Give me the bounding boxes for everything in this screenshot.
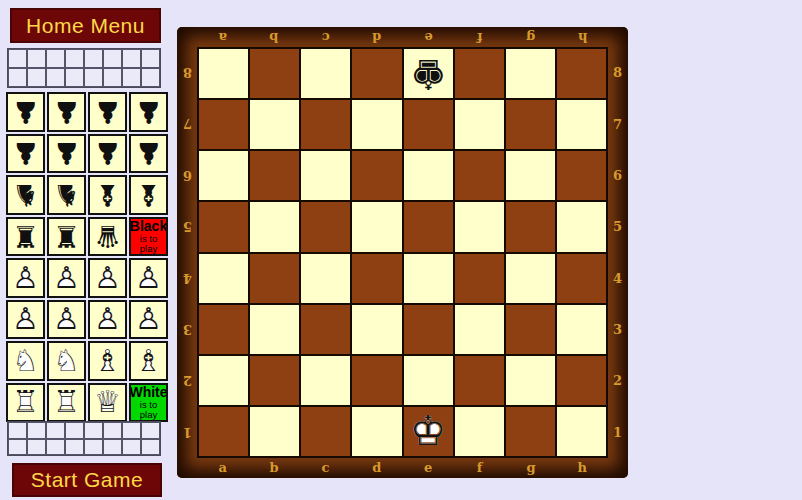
coord-label: e	[403, 458, 454, 477]
file-labels-top: abcdefgh	[197, 28, 608, 47]
piece-outline: ♙	[53, 304, 80, 334]
square-c7[interactable]	[301, 100, 350, 149]
piece-black-pawn: ♟	[94, 97, 121, 127]
square-f3[interactable]	[455, 305, 504, 354]
piece-white-pawn: ♟♙	[94, 263, 121, 293]
palette-white-rook[interactable]: ♜♖	[6, 383, 45, 423]
tray-cell[interactable]	[27, 439, 46, 456]
palette-white-pawn[interactable]: ♟♙	[88, 300, 127, 340]
square-a3[interactable]	[199, 305, 248, 354]
tray-cell[interactable]	[65, 422, 84, 439]
coord-label: 1	[608, 407, 627, 458]
piece-black-pawn: ♟	[135, 138, 162, 168]
square-d8[interactable]	[352, 49, 401, 98]
square-h1[interactable]	[557, 407, 606, 456]
coord-label: c	[300, 28, 351, 47]
palette-black-pawn[interactable]: ♟	[129, 134, 168, 174]
piece-white-knight: ♞♘	[53, 346, 80, 376]
square-h5[interactable]	[557, 202, 606, 251]
piece-white-knight: ♞♘	[12, 346, 39, 376]
coord-label: 3	[608, 304, 627, 355]
square-b6[interactable]	[250, 151, 299, 200]
tray-cell[interactable]	[27, 68, 46, 87]
palette-black-bishop[interactable]: ♝	[88, 175, 127, 215]
tray-cell[interactable]	[141, 68, 160, 87]
palette-white-pawn[interactable]: ♟♙	[6, 258, 45, 298]
piece-black-pawn: ♟	[53, 97, 80, 127]
piece-black-pawn: ♟	[94, 138, 121, 168]
start-game-button[interactable]: Start Game	[12, 463, 162, 497]
square-e8[interactable]: ♚	[404, 49, 453, 98]
piece-outline: ♙	[12, 263, 39, 293]
tray-cell[interactable]	[46, 422, 65, 439]
tray-cell[interactable]	[27, 49, 46, 68]
square-f4[interactable]	[455, 254, 504, 303]
tray-cell[interactable]	[141, 422, 160, 439]
piece-black-pawn: ♟	[12, 97, 39, 127]
square-c3[interactable]	[301, 305, 350, 354]
square-e6[interactable]	[404, 151, 453, 200]
square-g2[interactable]	[506, 356, 555, 405]
coord-label: 2	[608, 355, 627, 406]
square-a2[interactable]	[199, 356, 248, 405]
black-to-play-indicator[interactable]: Blackis to play	[129, 217, 168, 257]
piece-black-bishop: ♝	[94, 180, 121, 210]
square-d1[interactable]	[352, 407, 401, 456]
square-e2[interactable]	[404, 356, 453, 405]
tray-cell[interactable]	[27, 422, 46, 439]
piece-white-bishop: ♝♗	[94, 346, 121, 376]
square-d2[interactable]	[352, 356, 401, 405]
palette-black-knight[interactable]: ♞	[47, 175, 86, 215]
to-play-subtext: is to play	[131, 234, 166, 254]
piece-black-king: ♚	[410, 53, 447, 94]
file-labels-bottom: abcdefgh	[197, 458, 608, 477]
tray-cell[interactable]	[8, 68, 27, 87]
tray-cell[interactable]	[65, 49, 84, 68]
piece-white-pawn: ♟♙	[12, 263, 39, 293]
piece-white-bishop: ♝♗	[135, 346, 162, 376]
coord-label: g	[505, 28, 556, 47]
square-h7[interactable]	[557, 100, 606, 149]
square-a5[interactable]	[199, 202, 248, 251]
square-b8[interactable]	[250, 49, 299, 98]
tray-cell[interactable]	[122, 422, 141, 439]
square-f8[interactable]	[455, 49, 504, 98]
coord-label: h	[557, 458, 608, 477]
palette-black-pawn[interactable]: ♟	[47, 134, 86, 174]
piece-white-rook: ♜♖	[12, 387, 39, 417]
coord-label: f	[454, 28, 505, 47]
coord-label: 5	[178, 201, 197, 252]
square-a7[interactable]	[199, 100, 248, 149]
tray-cell[interactable]	[8, 422, 27, 439]
rank-labels-left: 87654321	[178, 47, 197, 458]
piece-black-pawn: ♟	[53, 138, 80, 168]
coord-label: d	[351, 28, 402, 47]
square-g7[interactable]	[506, 100, 555, 149]
square-h3[interactable]	[557, 305, 606, 354]
coord-label: 4	[608, 253, 627, 304]
square-e3[interactable]	[404, 305, 453, 354]
piece-black-bishop: ♝	[135, 180, 162, 210]
tray-cell[interactable]	[84, 49, 103, 68]
coord-label: 3	[178, 304, 197, 355]
coord-label: 2	[178, 355, 197, 406]
square-b4[interactable]	[250, 254, 299, 303]
piece-black-pawn: ♟	[135, 97, 162, 127]
square-b2[interactable]	[250, 356, 299, 405]
piece-outline: ♔	[410, 411, 447, 452]
palette-white-pawn[interactable]: ♟♙	[6, 300, 45, 340]
tray-cell[interactable]	[122, 49, 141, 68]
square-g4[interactable]	[506, 254, 555, 303]
square-a1[interactable]	[199, 407, 248, 456]
palette-white-bishop[interactable]: ♝♗	[129, 341, 168, 381]
square-c4[interactable]	[301, 254, 350, 303]
to-play-label: White	[129, 385, 167, 400]
captured-pieces-tray-bottom	[7, 421, 161, 456]
square-g6[interactable]	[506, 151, 555, 200]
piece-outline: ♗	[94, 346, 121, 376]
piece-white-pawn: ♟♙	[53, 304, 80, 334]
coord-label: b	[248, 458, 299, 477]
coord-label: 8	[178, 47, 197, 98]
white-to-play-indicator[interactable]: Whiteis to play	[129, 383, 168, 423]
palette-black-pawn[interactable]: ♟	[129, 92, 168, 132]
square-f5[interactable]	[455, 202, 504, 251]
tray-cell[interactable]	[46, 439, 65, 456]
piece-black-rook: ♜	[53, 221, 80, 251]
tray-cell[interactable]	[84, 68, 103, 87]
tray-cell[interactable]	[8, 49, 27, 68]
palette-black-pawn[interactable]: ♟	[88, 134, 127, 174]
tray-cell[interactable]	[84, 439, 103, 456]
piece-outline: ♗	[135, 346, 162, 376]
rank-labels-right: 87654321	[608, 47, 627, 458]
piece-black-queen: ♛	[94, 221, 121, 251]
tray-cell[interactable]	[65, 439, 84, 456]
square-h6[interactable]	[557, 151, 606, 200]
coord-label: g	[505, 458, 556, 477]
piece-outline: ♙	[94, 304, 121, 334]
tray-cell[interactable]	[103, 422, 122, 439]
palette-white-queen[interactable]: ♛♕	[88, 383, 127, 423]
piece-outline: ♘	[53, 346, 80, 376]
coord-label: d	[351, 458, 402, 477]
tray-cell[interactable]	[65, 68, 84, 87]
coord-label: 6	[608, 150, 627, 201]
square-c8[interactable]	[301, 49, 350, 98]
palette-white-pawn[interactable]: ♟♙	[47, 300, 86, 340]
piece-outline: ♖	[12, 387, 39, 417]
square-b1[interactable]	[250, 407, 299, 456]
square-e1[interactable]: ♚♔	[404, 407, 453, 456]
square-f6[interactable]	[455, 151, 504, 200]
square-c6[interactable]	[301, 151, 350, 200]
tray-cell[interactable]	[46, 49, 65, 68]
tray-cell[interactable]	[122, 439, 141, 456]
palette-black-bishop[interactable]: ♝	[129, 175, 168, 215]
palette-white-bishop[interactable]: ♝♗	[88, 341, 127, 381]
coord-label: 8	[608, 47, 627, 98]
piece-outline: ♖	[53, 387, 80, 417]
board-grid: ♚♚♔	[197, 47, 608, 458]
piece-outline: ♙	[53, 263, 80, 293]
palette-black-queen[interactable]: ♛	[88, 217, 127, 257]
tray-cell[interactable]	[46, 68, 65, 87]
piece-palette: ♟♟♟♟♟♟♟♟♞♞♝♝♜♜♛Blackis to play♟♙♟♙♟♙♟♙♟♙…	[6, 92, 168, 422]
to-play-subtext: is to play	[131, 400, 166, 420]
square-f1[interactable]	[455, 407, 504, 456]
chess-setup-screen: Home Menu ♟♟♟♟♟♟♟♟♞♞♝♝♜♜♛Blackis to play…	[0, 0, 802, 500]
tray-cell[interactable]	[103, 68, 122, 87]
square-d4[interactable]	[352, 254, 401, 303]
chess-board: abcdefgh abcdefgh 87654321 87654321 ♚♚♔	[177, 27, 628, 478]
piece-outline: ♕	[94, 387, 121, 417]
square-g1[interactable]	[506, 407, 555, 456]
square-d6[interactable]	[352, 151, 401, 200]
coord-label: b	[248, 28, 299, 47]
coord-label: 7	[178, 98, 197, 149]
coord-label: c	[300, 458, 351, 477]
square-e4[interactable]	[404, 254, 453, 303]
tray-cell[interactable]	[8, 439, 27, 456]
square-b3[interactable]	[250, 305, 299, 354]
coord-label: a	[197, 458, 248, 477]
coord-label: 1	[178, 407, 197, 458]
coord-label: a	[197, 28, 248, 47]
coord-label: 5	[608, 201, 627, 252]
piece-outline: ♙	[94, 263, 121, 293]
coord-label: 6	[178, 150, 197, 201]
square-a4[interactable]	[199, 254, 248, 303]
square-a8[interactable]	[199, 49, 248, 98]
coord-label: h	[557, 28, 608, 47]
coord-label: f	[454, 458, 505, 477]
square-g3[interactable]	[506, 305, 555, 354]
square-e5[interactable]	[404, 202, 453, 251]
captured-pieces-tray-top	[7, 48, 161, 88]
square-g8[interactable]	[506, 49, 555, 98]
square-c1[interactable]	[301, 407, 350, 456]
square-f2[interactable]	[455, 356, 504, 405]
palette-black-rook[interactable]: ♜	[47, 217, 86, 257]
palette-white-pawn[interactable]: ♟♙	[88, 258, 127, 298]
palette-white-rook[interactable]: ♜♖	[47, 383, 86, 423]
home-menu-button[interactable]: Home Menu	[10, 8, 161, 43]
palette-white-pawn[interactable]: ♟♙	[47, 258, 86, 298]
square-d7[interactable]	[352, 100, 401, 149]
palette-black-pawn[interactable]: ♟	[88, 92, 127, 132]
square-d3[interactable]	[352, 305, 401, 354]
palette-black-pawn[interactable]: ♟	[47, 92, 86, 132]
palette-white-knight[interactable]: ♞♘	[47, 341, 86, 381]
piece-black-pawn: ♟	[12, 138, 39, 168]
piece-white-queen: ♛♕	[94, 387, 121, 417]
palette-white-knight[interactable]: ♞♘	[6, 341, 45, 381]
piece-outline: ♘	[12, 346, 39, 376]
square-c2[interactable]	[301, 356, 350, 405]
square-b7[interactable]	[250, 100, 299, 149]
to-play-label: Black	[130, 219, 167, 234]
square-h2[interactable]	[557, 356, 606, 405]
palette-black-knight[interactable]: ♞	[6, 175, 45, 215]
palette-black-rook[interactable]: ♜	[6, 217, 45, 257]
tray-cell[interactable]	[122, 68, 141, 87]
tray-cell[interactable]	[103, 439, 122, 456]
piece-black-rook: ♜	[12, 221, 39, 251]
piece-outline: ♙	[135, 304, 162, 334]
tray-cell[interactable]	[84, 422, 103, 439]
square-g5[interactable]	[506, 202, 555, 251]
palette-black-pawn[interactable]: ♟	[6, 92, 45, 132]
square-b5[interactable]	[250, 202, 299, 251]
tray-cell[interactable]	[141, 439, 160, 456]
piece-outline: ♙	[12, 304, 39, 334]
square-c5[interactable]	[301, 202, 350, 251]
coord-label: 4	[178, 253, 197, 304]
square-f7[interactable]	[455, 100, 504, 149]
piece-black-knight: ♞	[12, 180, 39, 210]
piece-white-pawn: ♟♙	[53, 263, 80, 293]
piece-white-king: ♚♔	[410, 411, 447, 452]
piece-white-pawn: ♟♙	[94, 304, 121, 334]
tray-cell[interactable]	[103, 49, 122, 68]
square-h8[interactable]	[557, 49, 606, 98]
piece-white-rook: ♜♖	[53, 387, 80, 417]
square-d5[interactable]	[352, 202, 401, 251]
square-e7[interactable]	[404, 100, 453, 149]
palette-white-pawn[interactable]: ♟♙	[129, 300, 168, 340]
piece-black-knight: ♞	[53, 180, 80, 210]
palette-black-pawn[interactable]: ♟	[6, 134, 45, 174]
square-h4[interactable]	[557, 254, 606, 303]
piece-white-pawn: ♟♙	[135, 263, 162, 293]
piece-outline: ♙	[135, 263, 162, 293]
piece-white-pawn: ♟♙	[12, 304, 39, 334]
piece-white-pawn: ♟♙	[135, 304, 162, 334]
palette-white-pawn[interactable]: ♟♙	[129, 258, 168, 298]
coord-label: e	[403, 28, 454, 47]
square-a6[interactable]	[199, 151, 248, 200]
tray-cell[interactable]	[141, 49, 160, 68]
coord-label: 7	[608, 98, 627, 149]
